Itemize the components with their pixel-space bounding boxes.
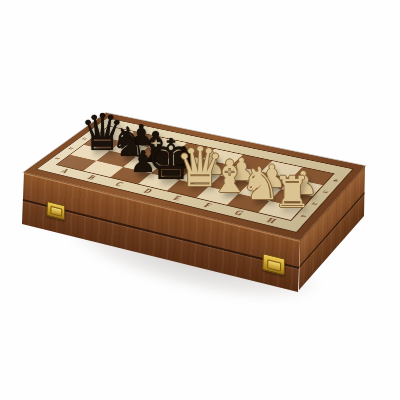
brass-latch-plate bbox=[51, 206, 63, 217]
brass-latch-plate bbox=[267, 259, 281, 272]
chess-set-product-photo: ABCDEFGH44332211 ♟♛♞♝♟♟♟♚♟♛♟♝♟♞♜ bbox=[0, 0, 400, 400]
